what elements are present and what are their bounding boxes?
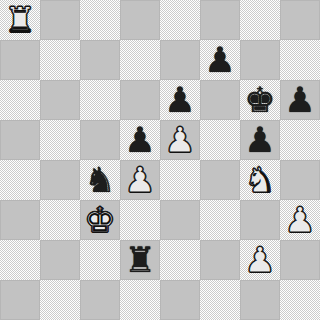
square-d4[interactable]: ♟: [120, 160, 160, 200]
square-a4[interactable]: [0, 160, 40, 200]
square-h2[interactable]: [280, 240, 320, 280]
white-king[interactable]: ♚: [84, 203, 115, 238]
square-d8[interactable]: [120, 0, 160, 40]
square-d5[interactable]: ♟: [120, 120, 160, 160]
square-b1[interactable]: [40, 280, 80, 320]
square-a6[interactable]: [0, 80, 40, 120]
square-e2[interactable]: [160, 240, 200, 280]
square-f4[interactable]: [200, 160, 240, 200]
square-d2[interactable]: ♜: [120, 240, 160, 280]
square-b7[interactable]: [40, 40, 80, 80]
square-g1[interactable]: [240, 280, 280, 320]
white-pawn[interactable]: ♟: [164, 123, 195, 158]
square-c6[interactable]: [80, 80, 120, 120]
square-g6[interactable]: ♚: [240, 80, 280, 120]
square-c5[interactable]: [80, 120, 120, 160]
black-pawn[interactable]: ♟: [124, 123, 155, 158]
black-king[interactable]: ♚: [244, 83, 275, 118]
square-e1[interactable]: [160, 280, 200, 320]
square-f5[interactable]: [200, 120, 240, 160]
square-a7[interactable]: [0, 40, 40, 80]
square-h7[interactable]: [280, 40, 320, 80]
white-pawn[interactable]: ♟: [244, 243, 275, 278]
square-f8[interactable]: [200, 0, 240, 40]
square-e4[interactable]: [160, 160, 200, 200]
black-pawn[interactable]: ♟: [204, 43, 235, 78]
square-f3[interactable]: [200, 200, 240, 240]
square-c3[interactable]: ♚: [80, 200, 120, 240]
square-c2[interactable]: [80, 240, 120, 280]
square-h4[interactable]: [280, 160, 320, 200]
square-b2[interactable]: [40, 240, 80, 280]
square-a2[interactable]: [0, 240, 40, 280]
square-h6[interactable]: ♟: [280, 80, 320, 120]
square-g5[interactable]: ♟: [240, 120, 280, 160]
square-a3[interactable]: [0, 200, 40, 240]
square-h8[interactable]: [280, 0, 320, 40]
square-b6[interactable]: [40, 80, 80, 120]
square-g8[interactable]: [240, 0, 280, 40]
black-pawn[interactable]: ♟: [164, 83, 195, 118]
white-knight[interactable]: ♞: [244, 163, 275, 198]
square-e8[interactable]: [160, 0, 200, 40]
square-e7[interactable]: [160, 40, 200, 80]
square-f1[interactable]: [200, 280, 240, 320]
square-a5[interactable]: [0, 120, 40, 160]
square-h3[interactable]: ♟: [280, 200, 320, 240]
square-e6[interactable]: ♟: [160, 80, 200, 120]
white-rook[interactable]: ♜: [4, 3, 35, 38]
black-knight[interactable]: ♞: [84, 163, 115, 198]
square-d1[interactable]: [120, 280, 160, 320]
square-b3[interactable]: [40, 200, 80, 240]
square-a8[interactable]: ♜: [0, 0, 40, 40]
square-h1[interactable]: [280, 280, 320, 320]
square-f7[interactable]: ♟: [200, 40, 240, 80]
square-f2[interactable]: [200, 240, 240, 280]
square-d7[interactable]: [120, 40, 160, 80]
black-rook[interactable]: ♜: [124, 243, 155, 278]
square-g3[interactable]: [240, 200, 280, 240]
square-f6[interactable]: [200, 80, 240, 120]
square-g7[interactable]: [240, 40, 280, 80]
white-pawn[interactable]: ♟: [284, 203, 315, 238]
square-b5[interactable]: [40, 120, 80, 160]
square-h5[interactable]: [280, 120, 320, 160]
black-pawn[interactable]: ♟: [244, 123, 275, 158]
square-g2[interactable]: ♟: [240, 240, 280, 280]
square-e5[interactable]: ♟: [160, 120, 200, 160]
square-a1[interactable]: [0, 280, 40, 320]
square-e3[interactable]: [160, 200, 200, 240]
square-c8[interactable]: [80, 0, 120, 40]
chess-board: ♜♟♟♚♟♟♟♟♞♟♞♚♟♜♟: [0, 0, 320, 320]
square-c1[interactable]: [80, 280, 120, 320]
square-b8[interactable]: [40, 0, 80, 40]
square-d6[interactable]: [120, 80, 160, 120]
white-pawn[interactable]: ♟: [124, 163, 155, 198]
square-c7[interactable]: [80, 40, 120, 80]
square-d3[interactable]: [120, 200, 160, 240]
square-g4[interactable]: ♞: [240, 160, 280, 200]
black-pawn[interactable]: ♟: [284, 83, 315, 118]
square-c4[interactable]: ♞: [80, 160, 120, 200]
square-b4[interactable]: [40, 160, 80, 200]
